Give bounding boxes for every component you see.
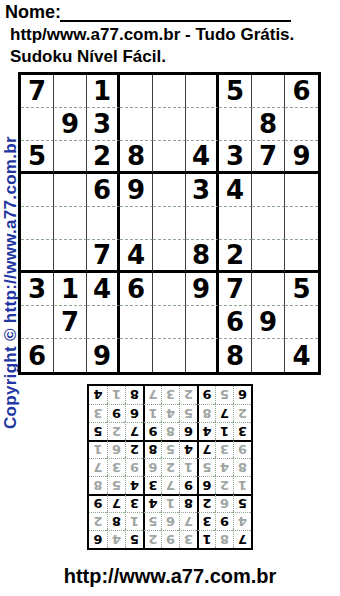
solution-cell-r5c8: 3 (107, 458, 125, 476)
puzzle-cell-r9c5[interactable] (153, 339, 186, 372)
difficulty-header: Sudoku Nível Fácil. (10, 47, 166, 67)
solution-cell-r2c7: 1 (125, 512, 143, 530)
puzzle-cell-r1c3: 1 (87, 75, 120, 108)
puzzle-cell-r1c9: 6 (285, 75, 318, 108)
name-underline (60, 20, 291, 22)
puzzle-cell-r2c7[interactable] (219, 108, 252, 141)
solution-cell-r9c5: 3 (161, 386, 179, 404)
puzzle-cell-r4c6: 3 (186, 174, 219, 207)
solution-cell-r2c4: 7 (179, 512, 197, 530)
puzzle-cell-r9c8[interactable] (252, 339, 285, 372)
solution-cell-r1c3: 1 (197, 530, 215, 548)
puzzle-cell-r9c9: 4 (285, 339, 318, 372)
puzzle-cell-r7c1: 3 (21, 273, 54, 306)
puzzle-cell-r8c7: 6 (219, 306, 252, 339)
puzzle-cell-r3c2[interactable] (54, 141, 87, 174)
solution-cell-r9c3: 9 (197, 386, 215, 404)
solution-cell-r4c5: 7 (161, 476, 179, 494)
solution-cell-r6c5: 5 (161, 440, 179, 458)
puzzle-cell-r6c2[interactable] (54, 240, 87, 273)
puzzle-cell-r9c3: 9 (87, 339, 120, 372)
name-label: Nome: (5, 2, 61, 23)
solution-cell-r1c4: 3 (179, 530, 197, 548)
solution-cell-r5c2: 4 (215, 458, 233, 476)
solution-cell-r5c9: 7 (89, 458, 107, 476)
solution-cell-r6c4: 4 (179, 440, 197, 458)
puzzle-cell-r8c3[interactable] (87, 306, 120, 339)
puzzle-cell-r6c8[interactable] (252, 240, 285, 273)
puzzle-cell-r1c5[interactable] (153, 75, 186, 108)
solution-cell-r4c8: 5 (107, 476, 125, 494)
puzzle-cell-r8c1[interactable] (21, 306, 54, 339)
puzzle-cell-r3c3: 2 (87, 141, 120, 174)
puzzle-cell-r3c8: 7 (252, 141, 285, 174)
puzzle-cell-r1c6[interactable] (186, 75, 219, 108)
solution-cell-r4c2: 2 (215, 476, 233, 494)
solution-cell-r7c7: 7 (125, 422, 143, 440)
puzzle-cell-r3c5[interactable] (153, 141, 186, 174)
puzzle-cell-r5c4[interactable] (120, 207, 153, 240)
solution-cell-r7c8: 2 (107, 422, 125, 440)
solution-cell-r5c1: 8 (233, 458, 251, 476)
puzzle-cell-r8c8: 9 (252, 306, 285, 339)
solution-cell-r8c8: 9 (107, 404, 125, 422)
solution-cell-r7c6: 9 (143, 422, 161, 440)
puzzle-cell-r3c7: 3 (219, 141, 252, 174)
solution-cell-r8c7: 6 (125, 404, 143, 422)
puzzle-cell-r9c7: 8 (219, 339, 252, 372)
solution-cell-r9c4: 2 (179, 386, 197, 404)
solution-cell-r8c6: 1 (143, 404, 161, 422)
solution-cell-r7c1: 3 (233, 422, 251, 440)
puzzle-cell-r1c1: 7 (21, 75, 54, 108)
solution-cell-r2c1: 4 (233, 512, 251, 530)
solution-cell-r1c9: 6 (89, 530, 107, 548)
solution-cell-r9c2: 5 (215, 386, 233, 404)
solution-cell-r6c3: 7 (197, 440, 215, 458)
puzzle-cell-r9c6[interactable] (186, 339, 219, 372)
solution-cell-r9c9: 4 (89, 386, 107, 404)
puzzle-cell-r6c1[interactable] (21, 240, 54, 273)
solution-cell-r3c4: 8 (179, 494, 197, 512)
solution-cell-r5c5: 2 (161, 458, 179, 476)
solution-cell-r3c1: 5 (233, 494, 251, 512)
puzzle-cell-r9c4[interactable] (120, 339, 153, 372)
solution-cell-r4c9: 8 (89, 476, 107, 494)
puzzle-cell-r7c4: 6 (120, 273, 153, 306)
puzzle-cell-r8c2: 7 (54, 306, 87, 339)
puzzle-cell-r4c2[interactable] (54, 174, 87, 207)
solution-cell-r6c2: 3 (215, 440, 233, 458)
puzzle-cell-r1c7: 5 (219, 75, 252, 108)
solution-cell-r7c4: 6 (179, 422, 197, 440)
solution-cell-r6c6: 8 (143, 440, 161, 458)
puzzle-cell-r6c6: 8 (186, 240, 219, 273)
solution-cell-r4c1: 1 (233, 476, 251, 494)
puzzle-cell-r4c3: 6 (87, 174, 120, 207)
puzzle-cell-r6c3: 7 (87, 240, 120, 273)
puzzle-cell-r7c9: 5 (285, 273, 318, 306)
solution-cell-r2c3: 3 (197, 512, 215, 530)
puzzle-cell-r4c1[interactable] (21, 174, 54, 207)
solution-cell-r1c2: 8 (215, 530, 233, 548)
puzzle-cell-r5c3[interactable] (87, 207, 120, 240)
solution-cell-r5c4: 1 (179, 458, 197, 476)
solution-cell-r6c8: 6 (107, 440, 125, 458)
puzzle-cell-r5c5[interactable] (153, 207, 186, 240)
puzzle-cell-r9c2[interactable] (54, 339, 87, 372)
solution-cell-r1c5: 9 (161, 530, 179, 548)
puzzle-cell-r4c5[interactable] (153, 174, 186, 207)
solution-cell-r1c7: 5 (125, 530, 143, 548)
puzzle-cell-r1c2[interactable] (54, 75, 87, 108)
solution-cell-r6c7: 2 (125, 440, 143, 458)
solution-cell-r1c8: 4 (107, 530, 125, 548)
solution-cell-r2c8: 8 (107, 512, 125, 530)
solution-cell-r8c1: 2 (233, 404, 251, 422)
puzzle-cell-r5c9[interactable] (285, 207, 318, 240)
solution-cell-r3c7: 3 (125, 494, 143, 512)
site-header: http/www.a77.com.br - Tudo Grátis. (10, 25, 294, 45)
solution-cell-r7c3: 4 (197, 422, 215, 440)
solution-cell-r8c5: 4 (161, 404, 179, 422)
puzzle-cell-r6c4: 4 (120, 240, 153, 273)
puzzle-cell-r9c1: 6 (21, 339, 54, 372)
solution-cell-r7c9: 5 (89, 422, 107, 440)
solution-cell-r3c2: 6 (215, 494, 233, 512)
solution-cell-r6c1: 9 (233, 440, 251, 458)
sudoku-page: Nome: http/www.a77.com.br - Tudo Grátis.… (0, 0, 340, 596)
solution-cell-r4c7: 4 (125, 476, 143, 494)
puzzle-cell-r3c1: 5 (21, 141, 54, 174)
footer-url: http://www.a77.com.br (0, 565, 340, 588)
solution-cell-r8c2: 7 (215, 404, 233, 422)
puzzle-cell-r7c7: 7 (219, 273, 252, 306)
puzzle-cell-r2c5[interactable] (153, 108, 186, 141)
solution-cell-r9c8: 1 (107, 386, 125, 404)
solution-cell-r2c2: 9 (215, 512, 233, 530)
solution-cell-r2c5: 6 (161, 512, 179, 530)
puzzle-cell-r6c5[interactable] (153, 240, 186, 273)
puzzle-cell-r1c4[interactable] (120, 75, 153, 108)
puzzle-cell-r7c6: 9 (186, 273, 219, 306)
puzzle-cell-r5c7[interactable] (219, 207, 252, 240)
sudoku-puzzle-grid: 715693852843796934748231469757696984 (18, 72, 321, 375)
puzzle-cell-r7c5[interactable] (153, 273, 186, 306)
solution-cell-r4c6: 3 (143, 476, 161, 494)
puzzle-cell-r3c9: 9 (285, 141, 318, 174)
puzzle-cell-r2c3: 3 (87, 108, 120, 141)
solution-cell-r8c9: 3 (89, 404, 107, 422)
solution-cell-r7c2: 1 (215, 422, 233, 440)
solution-cell-r2c9: 2 (89, 512, 107, 530)
sudoku-solution-grid-rotated: 7813925464937651825628143791269734588451… (87, 384, 253, 550)
solution-cell-r5c7: 9 (125, 458, 143, 476)
puzzle-cell-r5c1[interactable] (21, 207, 54, 240)
solution-cell-r4c4: 9 (179, 476, 197, 494)
puzzle-cell-r4c8[interactable] (252, 174, 285, 207)
solution-cell-r3c3: 2 (197, 494, 215, 512)
solution-cell-r5c3: 5 (197, 458, 215, 476)
solution-cell-r5c6: 6 (143, 458, 161, 476)
puzzle-cell-r8c5[interactable] (153, 306, 186, 339)
puzzle-cell-r7c3: 4 (87, 273, 120, 306)
puzzle-cell-r7c8[interactable] (252, 273, 285, 306)
puzzle-cell-r8c6[interactable] (186, 306, 219, 339)
puzzle-cell-r3c6: 4 (186, 141, 219, 174)
puzzle-cell-r2c2: 9 (54, 108, 87, 141)
solution-cell-r3c8: 7 (107, 494, 125, 512)
solution-cell-r1c1: 7 (233, 530, 251, 548)
solution-cell-r2c6: 5 (143, 512, 161, 530)
puzzle-cell-r6c9[interactable] (285, 240, 318, 273)
solution-cell-r3c5: 1 (161, 494, 179, 512)
puzzle-cell-r4c9[interactable] (285, 174, 318, 207)
puzzle-cell-r5c6[interactable] (186, 207, 219, 240)
puzzle-cell-r2c9[interactable] (285, 108, 318, 141)
puzzle-cell-r2c4[interactable] (120, 108, 153, 141)
puzzle-cell-r5c8[interactable] (252, 207, 285, 240)
solution-cell-r9c6: 7 (143, 386, 161, 404)
puzzle-cell-r5c2[interactable] (54, 207, 87, 240)
puzzle-cell-r2c6[interactable] (186, 108, 219, 141)
solution-cell-r8c3: 8 (197, 404, 215, 422)
solution-cell-r8c4: 5 (179, 404, 197, 422)
puzzle-cell-r1c8[interactable] (252, 75, 285, 108)
puzzle-cell-r6c7: 2 (219, 240, 252, 273)
puzzle-cell-r8c4[interactable] (120, 306, 153, 339)
puzzle-cell-r7c2: 1 (54, 273, 87, 306)
solution-cell-r6c9: 1 (89, 440, 107, 458)
solution-cell-r4c3: 6 (197, 476, 215, 494)
solution-cell-r7c5: 8 (161, 422, 179, 440)
puzzle-cell-r8c9[interactable] (285, 306, 318, 339)
puzzle-cell-r4c4: 9 (120, 174, 153, 207)
solution-cell-r9c7: 8 (125, 386, 143, 404)
puzzle-cell-r3c4: 8 (120, 141, 153, 174)
solution-cell-r3c9: 9 (89, 494, 107, 512)
puzzle-cell-r4c7: 4 (219, 174, 252, 207)
puzzle-cell-r2c8: 8 (252, 108, 285, 141)
puzzle-cell-r2c1[interactable] (21, 108, 54, 141)
solution-cell-r9c1: 6 (233, 386, 251, 404)
solution-cell-r3c6: 4 (143, 494, 161, 512)
solution-cell-r1c6: 2 (143, 530, 161, 548)
